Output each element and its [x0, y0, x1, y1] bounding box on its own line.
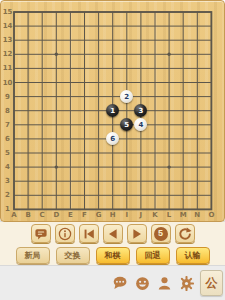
white-stone-J7: 4	[134, 118, 147, 131]
player-icon	[156, 275, 173, 292]
refresh-icon	[177, 226, 193, 242]
intersection-E1[interactable]	[63, 202, 77, 216]
intersection-O5[interactable]	[204, 146, 218, 160]
intersection-L4[interactable]	[162, 160, 176, 174]
intersection-D13[interactable]	[49, 33, 63, 47]
chat-icon	[112, 275, 129, 292]
intersection-F15[interactable]	[77, 5, 91, 19]
intersection-B4[interactable]	[21, 160, 35, 174]
intersection-H8[interactable]: 1	[106, 104, 120, 118]
undo-button[interactable]: 回退	[136, 247, 170, 264]
intersection-L3[interactable]	[162, 174, 176, 188]
intersection-B5[interactable]	[21, 146, 35, 160]
intersection-G9[interactable]	[92, 90, 106, 104]
intersection-M9[interactable]	[176, 90, 190, 104]
skip-to-start-icon	[81, 226, 97, 242]
move-count-button[interactable]: 5	[151, 224, 171, 243]
intersection-G7[interactable]	[92, 118, 106, 132]
intersection-O6[interactable]	[204, 132, 218, 146]
intersection-K3[interactable]	[148, 174, 162, 188]
intersection-E10[interactable]	[63, 75, 77, 89]
bottom-bar: 公	[0, 265, 225, 300]
chat-button[interactable]	[112, 275, 129, 292]
intersection-F9[interactable]	[77, 90, 91, 104]
intersection-J8[interactable]: 3	[134, 104, 148, 118]
intersection-G8[interactable]	[92, 104, 106, 118]
intersection-D12[interactable]	[49, 47, 63, 61]
intersection-E11[interactable]	[63, 61, 77, 75]
intersection-I9[interactable]: 2	[120, 90, 134, 104]
intersection-N5[interactable]	[190, 146, 204, 160]
intersection-M1[interactable]	[176, 202, 190, 216]
intersection-D9[interactable]	[49, 90, 63, 104]
intersection-A4[interactable]	[7, 160, 21, 174]
intersection-N12[interactable]	[190, 47, 204, 61]
comment-button[interactable]	[31, 224, 51, 243]
intersection-K13[interactable]	[148, 33, 162, 47]
intersection-F11[interactable]	[77, 61, 91, 75]
intersection-M8[interactable]	[176, 104, 190, 118]
intersection-C13[interactable]	[35, 33, 49, 47]
intersection-B7[interactable]	[21, 118, 35, 132]
intersection-M2[interactable]	[176, 188, 190, 202]
intersection-I1[interactable]	[120, 202, 134, 216]
intersection-C9[interactable]	[35, 90, 49, 104]
intersection-J10[interactable]	[134, 75, 148, 89]
intersection-B3[interactable]	[21, 174, 35, 188]
intersection-B9[interactable]	[21, 90, 35, 104]
action-buttons: 新局 交换 和棋 回退 认输	[0, 247, 225, 264]
intersection-E9[interactable]	[63, 90, 77, 104]
intersection-M11[interactable]	[176, 61, 190, 75]
intersection-B13[interactable]	[21, 33, 35, 47]
intersection-C8[interactable]	[35, 104, 49, 118]
intersection-K11[interactable]	[148, 61, 162, 75]
intersection-H7[interactable]	[106, 118, 120, 132]
intersection-I3[interactable]	[120, 174, 134, 188]
intersection-B6[interactable]	[21, 132, 35, 146]
intersection-L14[interactable]	[162, 19, 176, 33]
intersection-G10[interactable]	[92, 75, 106, 89]
intersection-E14[interactable]	[63, 19, 77, 33]
intersection-F2[interactable]	[77, 188, 91, 202]
intersection-I4[interactable]	[120, 160, 134, 174]
intersection-D8[interactable]	[49, 104, 63, 118]
intersection-G4[interactable]	[92, 160, 106, 174]
intersection-H1[interactable]	[106, 202, 120, 216]
player-button[interactable]	[156, 275, 173, 292]
intersection-L5[interactable]	[162, 146, 176, 160]
intersection-A6[interactable]	[7, 132, 21, 146]
swap-button[interactable]: 交换	[56, 247, 90, 264]
intersection-M7[interactable]	[176, 118, 190, 132]
intersection-E3[interactable]	[63, 174, 77, 188]
intersection-E12[interactable]	[63, 47, 77, 61]
intersection-A11[interactable]	[7, 61, 21, 75]
intersection-N11[interactable]	[190, 61, 204, 75]
intersection-I11[interactable]	[120, 61, 134, 75]
intersection-C2[interactable]	[35, 188, 49, 202]
info-button[interactable]	[55, 224, 75, 243]
intersection-H11[interactable]	[106, 61, 120, 75]
intersection-O2[interactable]	[204, 188, 218, 202]
intersection-F7[interactable]	[77, 118, 91, 132]
intersection-L7[interactable]	[162, 118, 176, 132]
intersection-F13[interactable]	[77, 33, 91, 47]
gomoku-board: 151413121110987654321 ABCDEFGHIJKLMNO 21…	[0, 0, 225, 222]
intersection-N1[interactable]	[190, 202, 204, 216]
white-stone-I9: 2	[120, 90, 133, 103]
intersection-B15[interactable]	[21, 5, 35, 19]
comment-icon	[33, 226, 49, 242]
intersection-G14[interactable]	[92, 19, 106, 33]
intersection-C3[interactable]	[35, 174, 49, 188]
intersection-H5[interactable]	[106, 146, 120, 160]
intersection-A12[interactable]	[7, 47, 21, 61]
intersection-N14[interactable]	[190, 19, 204, 33]
intersection-L10[interactable]	[162, 75, 176, 89]
intersection-K10[interactable]	[148, 75, 162, 89]
intersection-H15[interactable]	[106, 5, 120, 19]
intersection-J1[interactable]	[134, 202, 148, 216]
info-icon	[57, 226, 73, 242]
intersection-A9[interactable]	[7, 90, 21, 104]
step-forward-icon	[129, 226, 145, 242]
intersection-K12[interactable]	[148, 47, 162, 61]
intersection-G12[interactable]	[92, 47, 106, 61]
intersection-J11[interactable]	[134, 61, 148, 75]
intersection-N2[interactable]	[190, 188, 204, 202]
intersection-K15[interactable]	[148, 5, 162, 19]
intersection-O15[interactable]	[204, 5, 218, 19]
intersection-O3[interactable]	[204, 174, 218, 188]
intersection-A10[interactable]	[7, 75, 21, 89]
intersection-I13[interactable]	[120, 33, 134, 47]
intersection-E6[interactable]	[63, 132, 77, 146]
emoji-button[interactable]	[134, 275, 151, 292]
intersection-G15[interactable]	[92, 5, 106, 19]
intersection-I5[interactable]	[120, 146, 134, 160]
intersection-D4[interactable]	[49, 160, 63, 174]
skip-to-start-button[interactable]	[79, 224, 99, 243]
black-stone-H8: 1	[106, 104, 119, 117]
intersection-F12[interactable]	[77, 47, 91, 61]
intersection-G11[interactable]	[92, 61, 106, 75]
intersection-I15[interactable]	[120, 5, 134, 19]
intersection-H13[interactable]	[106, 33, 120, 47]
intersection-H9[interactable]	[106, 90, 120, 104]
intersection-J3[interactable]	[134, 174, 148, 188]
intersection-F6[interactable]	[77, 132, 91, 146]
intersection-A15[interactable]	[7, 5, 21, 19]
intersection-I7[interactable]: 5	[120, 118, 134, 132]
intersection-N4[interactable]	[190, 160, 204, 174]
gomoku-app-screen: 151413121110987654321 ABCDEFGHIJKLMNO 21…	[0, 0, 225, 300]
intersection-H3[interactable]	[106, 174, 120, 188]
intersection-D5[interactable]	[49, 146, 63, 160]
intersection-J5[interactable]	[134, 146, 148, 160]
intersection-O9[interactable]	[204, 90, 218, 104]
intersection-K1[interactable]	[148, 202, 162, 216]
intersection-I6[interactable]	[120, 132, 134, 146]
intersection-A8[interactable]	[7, 104, 21, 118]
new-game-button[interactable]: 新局	[16, 247, 50, 264]
intersection-O1[interactable]	[204, 202, 218, 216]
intersection-B14[interactable]	[21, 19, 35, 33]
intersection-E8[interactable]	[63, 104, 77, 118]
intersection-A5[interactable]	[7, 146, 21, 160]
intersection-G13[interactable]	[92, 33, 106, 47]
control-area: 5 新局 交换 和棋 回退 认输	[0, 222, 225, 265]
intersection-F8[interactable]	[77, 104, 91, 118]
intersection-F1[interactable]	[77, 202, 91, 216]
intersection-D1[interactable]	[49, 202, 63, 216]
intersection-C7[interactable]	[35, 118, 49, 132]
intersection-B12[interactable]	[21, 47, 35, 61]
intersection-B2[interactable]	[21, 188, 35, 202]
intersection-O11[interactable]	[204, 61, 218, 75]
intersection-J13[interactable]	[134, 33, 148, 47]
intersection-O13[interactable]	[204, 33, 218, 47]
intersection-J12[interactable]	[134, 47, 148, 61]
intersection-D11[interactable]	[49, 61, 63, 75]
intersection-N7[interactable]	[190, 118, 204, 132]
intersection-C5[interactable]	[35, 146, 49, 160]
intersection-N9[interactable]	[190, 90, 204, 104]
intersection-B8[interactable]	[21, 104, 35, 118]
intersection-D15[interactable]	[49, 5, 63, 19]
intersection-E2[interactable]	[63, 188, 77, 202]
intersection-N13[interactable]	[190, 33, 204, 47]
intersection-F3[interactable]	[77, 174, 91, 188]
intersection-M10[interactable]	[176, 75, 190, 89]
intersection-L2[interactable]	[162, 188, 176, 202]
intersection-A2[interactable]	[7, 188, 21, 202]
intersection-O4[interactable]	[204, 160, 218, 174]
intersection-A7[interactable]	[7, 118, 21, 132]
gear-icon	[178, 275, 195, 292]
intersection-M14[interactable]	[176, 19, 190, 33]
intersection-O10[interactable]	[204, 75, 218, 89]
intersection-C6[interactable]	[35, 132, 49, 146]
intersection-H10[interactable]	[106, 75, 120, 89]
intersection-J2[interactable]	[134, 188, 148, 202]
intersection-J7[interactable]: 4	[134, 118, 148, 132]
intersection-O12[interactable]	[204, 47, 218, 61]
intersection-G3[interactable]	[92, 174, 106, 188]
intersection-C14[interactable]	[35, 19, 49, 33]
intersection-K8[interactable]	[148, 104, 162, 118]
settings-button[interactable]	[178, 275, 195, 292]
intersection-N15[interactable]	[190, 5, 204, 19]
intersection-F5[interactable]	[77, 146, 91, 160]
step-back-button[interactable]	[103, 224, 123, 243]
intersection-D2[interactable]	[49, 188, 63, 202]
smiley-icon	[134, 275, 151, 292]
intersection-I14[interactable]	[120, 19, 134, 33]
intersection-M4[interactable]	[176, 160, 190, 174]
intersection-N10[interactable]	[190, 75, 204, 89]
intersection-M5[interactable]	[176, 146, 190, 160]
draw-button[interactable]: 和棋	[96, 247, 130, 264]
intersection-D3[interactable]	[49, 174, 63, 188]
intersection-K9[interactable]	[148, 90, 162, 104]
intersection-E5[interactable]	[63, 146, 77, 160]
intersection-E4[interactable]	[63, 160, 77, 174]
intersection-B11[interactable]	[21, 61, 35, 75]
intersection-O7[interactable]	[204, 118, 218, 132]
intersection-K5[interactable]	[148, 146, 162, 160]
intersection-L12[interactable]	[162, 47, 176, 61]
intersection-H12[interactable]	[106, 47, 120, 61]
intersection-A14[interactable]	[7, 19, 21, 33]
intersection-L9[interactable]	[162, 90, 176, 104]
intersection-M13[interactable]	[176, 33, 190, 47]
intersection-D6[interactable]	[49, 132, 63, 146]
intersection-K7[interactable]	[148, 118, 162, 132]
intersection-F14[interactable]	[77, 19, 91, 33]
intersection-I2[interactable]	[120, 188, 134, 202]
intersection-L8[interactable]	[162, 104, 176, 118]
black-stone-J8: 3	[134, 104, 147, 117]
intersection-J15[interactable]	[134, 5, 148, 19]
intersection-A13[interactable]	[7, 33, 21, 47]
icon-toolbar: 5	[0, 222, 225, 243]
intersection-L1[interactable]	[162, 202, 176, 216]
intersection-J9[interactable]	[134, 90, 148, 104]
intersection-G2[interactable]	[92, 188, 106, 202]
intersection-K6[interactable]	[148, 132, 162, 146]
intersection-C10[interactable]	[35, 75, 49, 89]
intersection-M12[interactable]	[176, 47, 190, 61]
resign-button[interactable]: 认输	[176, 247, 210, 264]
intersection-D10[interactable]	[49, 75, 63, 89]
intersection-G1[interactable]	[92, 202, 106, 216]
board-grid: 213546	[7, 5, 218, 216]
intersection-J6[interactable]	[134, 132, 148, 146]
intersection-H2[interactable]	[106, 188, 120, 202]
intersection-L6[interactable]	[162, 132, 176, 146]
intersection-M15[interactable]	[176, 5, 190, 19]
intersection-C4[interactable]	[35, 160, 49, 174]
black-stone-I7: 5	[120, 118, 133, 131]
intersection-C11[interactable]	[35, 61, 49, 75]
intersection-C1[interactable]	[35, 202, 49, 216]
intersection-H14[interactable]	[106, 19, 120, 33]
white-stone-H6: 6	[106, 132, 119, 145]
intersection-D14[interactable]	[49, 19, 63, 33]
intersection-C12[interactable]	[35, 47, 49, 61]
move-count-badge: 5	[154, 227, 168, 241]
intersection-K2[interactable]	[148, 188, 162, 202]
intersection-E15[interactable]	[63, 5, 77, 19]
intersection-I8[interactable]	[120, 104, 134, 118]
intersection-L15[interactable]	[162, 5, 176, 19]
intersection-F4[interactable]	[77, 160, 91, 174]
intersection-N3[interactable]	[190, 174, 204, 188]
step-back-icon	[105, 226, 121, 242]
intersection-I12[interactable]	[120, 47, 134, 61]
intersection-H4[interactable]	[106, 160, 120, 174]
intersection-K14[interactable]	[148, 19, 162, 33]
intersection-L13[interactable]	[162, 33, 176, 47]
intersection-O8[interactable]	[204, 104, 218, 118]
intersection-A3[interactable]	[7, 174, 21, 188]
intersection-N8[interactable]	[190, 104, 204, 118]
panel-toggle-button[interactable]: 公	[200, 270, 223, 296]
intersection-M6[interactable]	[176, 132, 190, 146]
intersection-B10[interactable]	[21, 75, 35, 89]
intersection-C15[interactable]	[35, 5, 49, 19]
intersection-G6[interactable]	[92, 132, 106, 146]
intersection-I10[interactable]	[120, 75, 134, 89]
intersection-D7[interactable]	[49, 118, 63, 132]
intersection-A1[interactable]	[7, 202, 21, 216]
intersection-F10[interactable]	[77, 75, 91, 89]
intersection-B1[interactable]	[21, 202, 35, 216]
intersection-O14[interactable]	[204, 19, 218, 33]
intersection-J14[interactable]	[134, 19, 148, 33]
step-forward-button[interactable]	[127, 224, 147, 243]
intersection-N6[interactable]	[190, 132, 204, 146]
intersection-E13[interactable]	[63, 33, 77, 47]
intersection-H6[interactable]: 6	[106, 132, 120, 146]
intersection-L11[interactable]	[162, 61, 176, 75]
intersection-G5[interactable]	[92, 146, 106, 160]
intersection-M3[interactable]	[176, 174, 190, 188]
refresh-button[interactable]	[175, 224, 195, 243]
intersection-E7[interactable]	[63, 118, 77, 132]
intersection-K4[interactable]	[148, 160, 162, 174]
intersection-J4[interactable]	[134, 160, 148, 174]
